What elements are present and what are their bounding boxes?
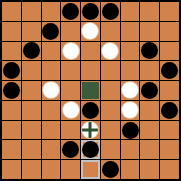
attacker-black-stone[interactable] (3, 82, 20, 99)
board-cell-r7c8[interactable] (140, 121, 159, 140)
board-cell-r2c6[interactable] (101, 22, 120, 41)
board-cell-r8c9[interactable] (160, 140, 179, 159)
board-cell-r3c2[interactable] (22, 42, 41, 61)
board-cell-r4c3[interactable] (42, 61, 61, 80)
board-cell-r1c4[interactable] (61, 2, 80, 21)
board-cell-r3c8[interactable] (140, 42, 159, 61)
attacker-black-stone[interactable] (141, 82, 158, 99)
board-cell-r5c5[interactable] (81, 81, 100, 100)
board-cell-r3c3[interactable] (42, 42, 61, 61)
board-cell-r6c6[interactable] (101, 101, 120, 120)
board-cell-r6c9[interactable] (160, 101, 179, 120)
board-cell-r5c3[interactable] (42, 81, 61, 100)
board-cell-r6c2[interactable] (22, 101, 41, 120)
board-cell-r5c2[interactable] (22, 81, 41, 100)
attacker-black-stone[interactable] (161, 102, 178, 119)
defender-white-stone[interactable] (63, 102, 79, 118)
attacker-black-stone[interactable] (161, 62, 178, 79)
board-cell-r7c4[interactable] (61, 121, 80, 140)
attacker-black-stone[interactable] (102, 161, 119, 178)
board-cell-r7c1[interactable] (2, 121, 21, 140)
board-cell-r7c6[interactable] (101, 121, 120, 140)
board-cell-r7c2[interactable] (22, 121, 41, 140)
board-cell-r8c8[interactable] (140, 140, 159, 159)
board-cell-r5c6[interactable] (101, 81, 120, 100)
defender-white-stone[interactable] (122, 102, 138, 118)
board-cell-r9c7[interactable] (121, 160, 140, 179)
board-cell-r1c5[interactable] (81, 2, 100, 21)
board-cell-r2c9[interactable] (160, 22, 179, 41)
board-cell-r9c8[interactable] (140, 160, 159, 179)
board-cell-r9c3[interactable] (42, 160, 61, 179)
board-cell-r2c7[interactable] (121, 22, 140, 41)
board-cell-r8c2[interactable] (22, 140, 41, 159)
board-cell-r8c7[interactable] (121, 140, 140, 159)
board-cell-r8c3[interactable] (42, 140, 61, 159)
board-cell-r4c2[interactable] (22, 61, 41, 80)
defender-white-stone[interactable] (82, 23, 98, 39)
board-cell-r4c6[interactable] (101, 61, 120, 80)
board-cell-r4c5[interactable] (81, 61, 100, 80)
board-cell-r6c4[interactable] (61, 101, 80, 120)
board-cell-r3c7[interactable] (121, 42, 140, 61)
board-cell-r7c3[interactable] (42, 121, 61, 140)
attacker-black-stone[interactable] (82, 102, 99, 119)
board-cell-r3c9[interactable] (160, 42, 179, 61)
board-cell-r1c3[interactable] (42, 2, 61, 21)
board-cell-r9c4[interactable] (61, 160, 80, 179)
board-cell-r6c5[interactable] (81, 101, 100, 120)
board-cell-r1c9[interactable] (160, 2, 179, 21)
board-cell-r2c1[interactable] (2, 22, 21, 41)
board-cell-r3c6[interactable] (101, 42, 120, 61)
board-cell-r2c5[interactable] (81, 22, 100, 41)
attacker-black-stone[interactable] (141, 42, 158, 59)
board-cell-r6c3[interactable] (42, 101, 61, 120)
attacker-black-stone[interactable] (3, 62, 20, 79)
board-cell-r2c3[interactable] (42, 22, 61, 41)
king-piece[interactable] (82, 122, 98, 138)
board-cell-r7c7[interactable] (121, 121, 140, 140)
defender-white-stone[interactable] (43, 82, 59, 98)
board-cell-r1c6[interactable] (101, 2, 120, 21)
attacker-black-stone[interactable] (102, 3, 119, 20)
defender-white-stone[interactable] (122, 82, 138, 98)
defender-white-stone[interactable] (63, 43, 79, 59)
attacker-black-stone[interactable] (23, 42, 40, 59)
board-cell-r1c8[interactable] (140, 2, 159, 21)
board-cell-r6c7[interactable] (121, 101, 140, 120)
attacker-black-stone[interactable] (62, 3, 79, 20)
board-cell-r9c1[interactable] (2, 160, 21, 179)
board-cell-r9c5[interactable] (81, 160, 100, 179)
board-cell-r4c9[interactable] (160, 61, 179, 80)
board-cell-r5c1[interactable] (2, 81, 21, 100)
last-move-marker (81, 160, 100, 179)
board-cell-r9c2[interactable] (22, 160, 41, 179)
board-cell-r8c5[interactable] (81, 140, 100, 159)
attacker-black-stone[interactable] (82, 3, 99, 20)
board-cell-r3c4[interactable] (61, 42, 80, 61)
board-cell-r6c1[interactable] (2, 101, 21, 120)
board-cell-r8c4[interactable] (61, 140, 80, 159)
attacker-black-stone[interactable] (62, 141, 79, 158)
attacker-black-stone[interactable] (42, 23, 59, 40)
board-cell-r3c1[interactable] (2, 42, 21, 61)
board-cell-r4c7[interactable] (121, 61, 140, 80)
board-cell-r9c9[interactable] (160, 160, 179, 179)
board-cell-r6c8[interactable] (140, 101, 159, 120)
board-cell-r5c7[interactable] (121, 81, 140, 100)
attacker-black-stone[interactable] (82, 141, 99, 158)
board-cell-r4c8[interactable] (140, 61, 159, 80)
board-cell-r8c6[interactable] (101, 140, 120, 159)
defender-white-stone[interactable] (102, 43, 118, 59)
board-cell-r4c1[interactable] (2, 61, 21, 80)
board-cell-r3c5[interactable] (81, 42, 100, 61)
tafl-board (0, 0, 181, 181)
board-cell-r5c9[interactable] (160, 81, 179, 100)
board-cell-r7c5[interactable] (81, 121, 100, 140)
board-cell-r1c2[interactable] (22, 2, 41, 21)
attacker-black-stone[interactable] (122, 122, 139, 139)
board-cell-r1c7[interactable] (121, 2, 140, 21)
board-cell-r9c6[interactable] (101, 160, 120, 179)
board-cell-r8c1[interactable] (2, 140, 21, 159)
board-cell-r2c4[interactable] (61, 22, 80, 41)
board-cell-r2c8[interactable] (140, 22, 159, 41)
throne-square (82, 82, 99, 99)
board-cell-r5c4[interactable] (61, 81, 80, 100)
board-cell-r7c9[interactable] (160, 121, 179, 140)
board-cell-r5c8[interactable] (140, 81, 159, 100)
board-cell-r2c2[interactable] (22, 22, 41, 41)
board-cell-r4c4[interactable] (61, 61, 80, 80)
board-cell-r1c1[interactable] (2, 2, 21, 21)
